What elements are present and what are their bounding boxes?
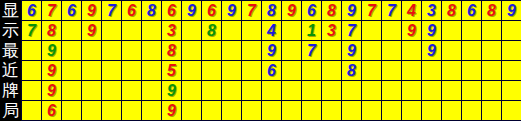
grid-cell-r3c21: 9: [421, 40, 441, 60]
grid-cell-r5c9: [181, 80, 201, 100]
grid-cell-r4c15: [301, 60, 321, 80]
grid-cell-r6c5: [101, 100, 121, 120]
vertical-title: 显 示 最 近 牌 局: [0, 0, 21, 121]
grid-cell-r1c1: 6: [21, 0, 41, 20]
grid-cell-r1c13: 8: [261, 0, 281, 20]
grid-cell-r1c15: 6: [301, 0, 321, 20]
grid-cell-r1c3: 6: [61, 0, 81, 20]
grid-cell-r5c19: [381, 80, 401, 100]
grid-cell-r5c5: [101, 80, 121, 100]
grid-cell-r6c9: [181, 100, 201, 120]
title-char-4: 近: [0, 61, 21, 81]
grid-cell-r2c15: 1: [301, 20, 321, 40]
grid-cell-r5c2: 9: [41, 80, 61, 100]
grid-cell-r1c4: 9: [81, 0, 101, 20]
grid-cell-r1c5: 7: [101, 0, 121, 20]
grid-cell-r2c11: [221, 20, 241, 40]
grid-cell-r2c1: 7: [21, 20, 41, 40]
grid-cell-r1c24: 8: [481, 0, 501, 20]
grid-cell-r6c8: 9: [161, 100, 181, 120]
grid-cell-r6c19: [381, 100, 401, 120]
grid-cell-r3c15: 7: [301, 40, 321, 60]
grid-cell-r4c22: [441, 60, 461, 80]
grid-cell-r2c19: [381, 20, 401, 40]
grid-cell-r4c1: [21, 60, 41, 80]
grid-cell-r5c17: [341, 80, 361, 100]
grid-cell-r4c13: 6: [261, 60, 281, 80]
grid-cell-r1c7: 8: [141, 0, 161, 20]
results-grid: 6769768696978968977438689789384137999897…: [21, 0, 521, 121]
grid-cell-r5c22: [441, 80, 461, 100]
grid-cell-r5c3: [61, 80, 81, 100]
grid-cell-r2c14: [281, 20, 301, 40]
grid-cell-r5c8: 9: [161, 80, 181, 100]
grid-cell-r6c13: [261, 100, 281, 120]
grid-cell-r5c11: [221, 80, 241, 100]
grid-cell-r1c23: 6: [461, 0, 481, 20]
grid-cell-r2c3: [61, 20, 81, 40]
grid-cell-r3c5: [101, 40, 121, 60]
grid-cell-r5c20: [401, 80, 421, 100]
grid-cell-r4c3: [61, 60, 81, 80]
grid-cell-r6c2: 6: [41, 100, 61, 120]
grid-cell-r2c13: 4: [261, 20, 281, 40]
grid-cell-r6c21: [421, 100, 441, 120]
grid-cell-r6c12: [241, 100, 261, 120]
grid-cell-r6c4: [81, 100, 101, 120]
grid-cell-r2c17: 7: [341, 20, 361, 40]
grid-cell-r6c25: [501, 100, 521, 120]
title-char-2: 示: [0, 20, 21, 40]
grid-cell-r6c11: [221, 100, 241, 120]
grid-cell-r3c24: [481, 40, 501, 60]
grid-cell-r4c6: [121, 60, 141, 80]
grid-cell-r2c22: [441, 20, 461, 40]
grid-cell-r3c13: 9: [261, 40, 281, 60]
grid-cell-r4c8: 5: [161, 60, 181, 80]
title-char-3: 最: [0, 40, 21, 60]
title-char-6: 局: [0, 101, 21, 121]
grid-cell-r2c12: [241, 20, 261, 40]
grid-cell-r2c24: [481, 20, 501, 40]
grid-cell-r4c14: [281, 60, 301, 80]
grid-cell-r6c17: [341, 100, 361, 120]
grid-cell-r6c22: [441, 100, 461, 120]
grid-cell-r3c6: [121, 40, 141, 60]
grid-cell-r3c8: 8: [161, 40, 181, 60]
grid-cell-r2c9: [181, 20, 201, 40]
grid-cell-r5c14: [281, 80, 301, 100]
grid-cell-r5c1: [21, 80, 41, 100]
grid-cell-r2c20: 9: [401, 20, 421, 40]
grid-cell-r3c16: [321, 40, 341, 60]
grid-cell-r5c23: [461, 80, 481, 100]
grid-cell-r3c19: [381, 40, 401, 60]
grid-cell-r3c22: [441, 40, 461, 60]
grid-cell-r4c9: [181, 60, 201, 80]
grid-cell-r4c4: [81, 60, 101, 80]
grid-cell-r3c10: [201, 40, 221, 60]
grid-cell-r5c12: [241, 80, 261, 100]
grid-cell-r3c1: [21, 40, 41, 60]
grid-cell-r2c2: 8: [41, 20, 61, 40]
grid-cell-r5c16: [321, 80, 341, 100]
grid-cell-r5c25: [501, 80, 521, 100]
grid-cell-r5c15: [301, 80, 321, 100]
grid-cell-r1c17: 9: [341, 0, 361, 20]
grid-cell-r4c20: [401, 60, 421, 80]
grid-cell-r5c7: [141, 80, 161, 100]
grid-cell-r6c20: [401, 100, 421, 120]
grid-cell-r1c25: 9: [501, 0, 521, 20]
grid-cell-r1c12: 7: [241, 0, 261, 20]
grid-cell-r2c23: [461, 20, 481, 40]
grid-cell-r5c10: [201, 80, 221, 100]
grid-cell-r5c18: [361, 80, 381, 100]
grid-cell-r3c17: 9: [341, 40, 361, 60]
grid-cell-r6c3: [61, 100, 81, 120]
title-char-5: 牌: [0, 81, 21, 101]
grid-cell-r6c16: [321, 100, 341, 120]
grid-cell-r5c24: [481, 80, 501, 100]
title-char-1: 显: [0, 0, 21, 20]
grid-cell-r1c10: 6: [201, 0, 221, 20]
grid-cell-r2c25: [501, 20, 521, 40]
grid-cell-r5c6: [121, 80, 141, 100]
grid-cell-r4c23: [461, 60, 481, 80]
grid-cell-r3c2: 9: [41, 40, 61, 60]
grid-cell-r1c20: 4: [401, 0, 421, 20]
grid-cell-r5c13: [261, 80, 281, 100]
grid-cell-r2c4: 9: [81, 20, 101, 40]
grid-cell-r4c24: [481, 60, 501, 80]
grid-cell-r3c20: [401, 40, 421, 60]
grid-cell-r1c6: 6: [121, 0, 141, 20]
grid-cell-r1c14: 9: [281, 0, 301, 20]
grid-cell-r4c19: [381, 60, 401, 80]
grid-cell-r2c8: 3: [161, 20, 181, 40]
grid-cell-r2c21: 9: [421, 20, 441, 40]
grid-cell-r1c8: 6: [161, 0, 181, 20]
grid-cell-r6c10: [201, 100, 221, 120]
grid-cell-r3c9: [181, 40, 201, 60]
grid-cell-r2c5: [101, 20, 121, 40]
grid-cell-r5c21: [421, 80, 441, 100]
grid-cell-r4c10: [201, 60, 221, 80]
grid-cell-r3c3: [61, 40, 81, 60]
grid-cell-r6c23: [461, 100, 481, 120]
grid-cell-r4c11: [221, 60, 241, 80]
grid-cell-r4c16: [321, 60, 341, 80]
grid-cell-r2c6: [121, 20, 141, 40]
grid-cell-r6c1: [21, 100, 41, 120]
grid-cell-r4c17: 8: [341, 60, 361, 80]
grid-cell-r6c6: [121, 100, 141, 120]
grid-cell-r6c24: [481, 100, 501, 120]
grid-cell-r3c7: [141, 40, 161, 60]
grid-cell-r4c5: [101, 60, 121, 80]
grid-cell-r1c2: 7: [41, 0, 61, 20]
recent-rounds-board: 显 示 最 近 牌 局 6769768696978968977438689789…: [0, 0, 521, 121]
grid-cell-r3c4: [81, 40, 101, 60]
grid-cell-r1c16: 8: [321, 0, 341, 20]
grid-cell-r1c22: 8: [441, 0, 461, 20]
grid-cell-r6c14: [281, 100, 301, 120]
grid-cell-r1c11: 9: [221, 0, 241, 20]
grid-cell-r4c7: [141, 60, 161, 80]
grid-cell-r3c25: [501, 40, 521, 60]
grid-cell-r6c15: [301, 100, 321, 120]
grid-cell-r4c12: [241, 60, 261, 80]
grid-cell-r4c25: [501, 60, 521, 80]
grid-cell-r4c2: 9: [41, 60, 61, 80]
grid-cell-r2c10: 8: [201, 20, 221, 40]
grid-cell-r2c18: [361, 20, 381, 40]
grid-cell-r2c7: [141, 20, 161, 40]
grid-cell-r1c19: 7: [381, 0, 401, 20]
grid-cell-r1c9: 9: [181, 0, 201, 20]
grid-cell-r2c16: 3: [321, 20, 341, 40]
grid-cell-r4c21: [421, 60, 441, 80]
grid-cell-r6c18: [361, 100, 381, 120]
grid-cell-r6c7: [141, 100, 161, 120]
grid-cell-r3c14: [281, 40, 301, 60]
grid-cell-r3c12: [241, 40, 261, 60]
grid-cell-r4c18: [361, 60, 381, 80]
grid-cell-r1c21: 3: [421, 0, 441, 20]
grid-cell-r3c11: [221, 40, 241, 60]
grid-cell-r3c23: [461, 40, 481, 60]
grid-cell-r1c18: 7: [361, 0, 381, 20]
grid-cell-r3c18: [361, 40, 381, 60]
grid-cell-r5c4: [81, 80, 101, 100]
